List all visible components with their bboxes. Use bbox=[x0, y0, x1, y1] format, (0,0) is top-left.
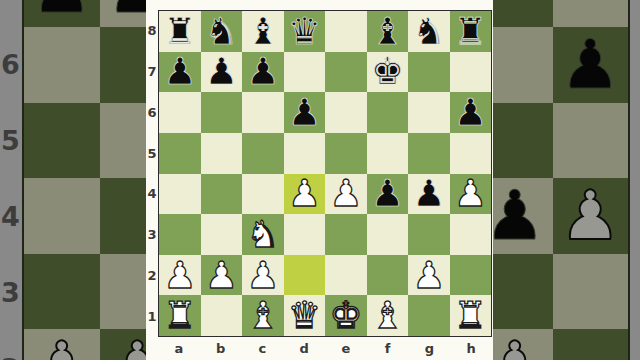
white-bishop: ♝ bbox=[371, 297, 404, 334]
rank-label-6: 6 bbox=[146, 92, 158, 133]
square-e8[interactable] bbox=[325, 11, 367, 52]
black-pawn-bg: ♟ bbox=[560, 31, 621, 99]
rank-label-1: 1 bbox=[146, 296, 158, 337]
square-c6[interactable] bbox=[242, 92, 284, 133]
black-knight: ♞ bbox=[205, 13, 238, 50]
square-h5[interactable] bbox=[450, 133, 492, 174]
square-g6[interactable] bbox=[408, 92, 450, 133]
white-pawn: ♟ bbox=[412, 257, 445, 294]
black-pawn-bg: ♟ bbox=[31, 0, 92, 23]
square-g4[interactable]: ♟ bbox=[408, 174, 450, 215]
square-d5[interactable] bbox=[284, 133, 326, 174]
square-g1[interactable] bbox=[408, 295, 450, 336]
white-pawn: ♟ bbox=[288, 175, 321, 212]
square-d3[interactable] bbox=[284, 214, 326, 255]
square-f7[interactable]: ♚ bbox=[367, 52, 409, 93]
square-e1[interactable]: ♚ bbox=[325, 295, 367, 336]
square-b2[interactable]: ♟ bbox=[201, 255, 243, 296]
bg-square-a5 bbox=[24, 103, 100, 179]
white-pawn-bg: ♟ bbox=[484, 333, 545, 360]
square-c8[interactable]: ♝ bbox=[242, 11, 284, 52]
square-h6[interactable]: ♟ bbox=[450, 92, 492, 133]
square-h1[interactable]: ♜ bbox=[450, 295, 492, 336]
square-d6[interactable]: ♟ bbox=[284, 92, 326, 133]
white-queen: ♛ bbox=[288, 297, 321, 334]
square-h2[interactable] bbox=[450, 255, 492, 296]
black-pawn: ♟ bbox=[163, 53, 196, 90]
bg-rank-label-3: 3 bbox=[0, 277, 21, 308]
white-pawn: ♟ bbox=[205, 257, 238, 294]
file-label-c: c bbox=[242, 337, 284, 360]
white-knight: ♞ bbox=[246, 216, 279, 253]
bg-square-h5 bbox=[553, 103, 629, 179]
square-b1[interactable] bbox=[201, 295, 243, 336]
black-bishop: ♝ bbox=[246, 13, 279, 50]
square-f4[interactable]: ♟ bbox=[367, 174, 409, 215]
rank-label-2: 2 bbox=[146, 255, 158, 296]
bg-square-a7: ♟ bbox=[24, 0, 100, 27]
bg-square-a3 bbox=[24, 254, 100, 330]
bg-square-a4 bbox=[24, 178, 100, 254]
file-label-f: f bbox=[367, 337, 409, 360]
square-b8[interactable]: ♞ bbox=[201, 11, 243, 52]
square-e4[interactable]: ♟ bbox=[325, 174, 367, 215]
square-f5[interactable] bbox=[367, 133, 409, 174]
file-label-e: e bbox=[325, 337, 367, 360]
black-rook: ♜ bbox=[163, 13, 196, 50]
white-rook: ♜ bbox=[163, 297, 196, 334]
file-label-h: h bbox=[450, 337, 492, 360]
black-pawn: ♟ bbox=[205, 53, 238, 90]
square-e6[interactable] bbox=[325, 92, 367, 133]
bg-rank-label-5: 5 bbox=[0, 125, 21, 156]
square-g3[interactable] bbox=[408, 214, 450, 255]
square-c7[interactable]: ♟ bbox=[242, 52, 284, 93]
square-c4[interactable] bbox=[242, 174, 284, 215]
square-b7[interactable]: ♟ bbox=[201, 52, 243, 93]
file-label-d: d bbox=[283, 337, 325, 360]
white-king: ♚ bbox=[329, 297, 362, 334]
square-d7[interactable] bbox=[284, 52, 326, 93]
bg-rank-label-2: 2 bbox=[0, 353, 21, 360]
square-a5[interactable] bbox=[159, 133, 201, 174]
bg-square-a6 bbox=[24, 27, 100, 103]
square-e7[interactable] bbox=[325, 52, 367, 93]
square-d2[interactable] bbox=[284, 255, 326, 296]
bg-square-h7 bbox=[553, 0, 629, 27]
black-pawn-bg: ♟ bbox=[484, 182, 545, 250]
square-b6[interactable] bbox=[201, 92, 243, 133]
square-c2[interactable]: ♟ bbox=[242, 255, 284, 296]
square-a7[interactable]: ♟ bbox=[159, 52, 201, 93]
square-d8[interactable]: ♛ bbox=[284, 11, 326, 52]
video-content: 87654321 ♜♞♝♛♝♞♜♟♟♟♚♟♟♟♟♟♟♟♞♟♟♟♟♜♝♛♚♝♜ a… bbox=[146, 0, 493, 360]
black-pawn: ♟ bbox=[412, 175, 445, 212]
white-pawn: ♟ bbox=[454, 175, 487, 212]
chess-board[interactable]: ♜♞♝♛♝♞♜♟♟♟♚♟♟♟♟♟♟♟♞♟♟♟♟♜♝♛♚♝♜ bbox=[158, 10, 492, 337]
white-pawn: ♟ bbox=[329, 175, 362, 212]
bg-square-h3 bbox=[553, 254, 629, 330]
file-label-b: b bbox=[200, 337, 242, 360]
black-rook: ♜ bbox=[454, 13, 487, 50]
square-f3[interactable] bbox=[367, 214, 409, 255]
square-g7[interactable] bbox=[408, 52, 450, 93]
black-king: ♚ bbox=[371, 53, 404, 90]
square-a8[interactable]: ♜ bbox=[159, 11, 201, 52]
file-label-g: g bbox=[409, 337, 451, 360]
white-bishop: ♝ bbox=[246, 297, 279, 334]
square-g2[interactable]: ♟ bbox=[408, 255, 450, 296]
square-a6[interactable] bbox=[159, 92, 201, 133]
square-e2[interactable] bbox=[325, 255, 367, 296]
square-f2[interactable] bbox=[367, 255, 409, 296]
square-b4[interactable] bbox=[201, 174, 243, 215]
black-pawn: ♟ bbox=[371, 175, 404, 212]
square-a3[interactable] bbox=[159, 214, 201, 255]
file-label-a: a bbox=[158, 337, 200, 360]
black-pawn: ♟ bbox=[454, 94, 487, 131]
square-b3[interactable] bbox=[201, 214, 243, 255]
square-a4[interactable] bbox=[159, 174, 201, 215]
white-pawn: ♟ bbox=[163, 257, 196, 294]
square-c5[interactable] bbox=[242, 133, 284, 174]
rank-label-5: 5 bbox=[146, 133, 158, 174]
black-pawn: ♟ bbox=[246, 53, 279, 90]
square-c1[interactable]: ♝ bbox=[242, 295, 284, 336]
black-bishop: ♝ bbox=[371, 13, 404, 50]
square-d4[interactable]: ♟ bbox=[284, 174, 326, 215]
bg-square-h2 bbox=[553, 329, 629, 360]
square-b5[interactable] bbox=[201, 133, 243, 174]
rank-label-8: 8 bbox=[146, 10, 158, 51]
square-g5[interactable] bbox=[408, 133, 450, 174]
square-h8[interactable]: ♜ bbox=[450, 11, 492, 52]
rank-label-7: 7 bbox=[146, 51, 158, 92]
white-pawn: ♟ bbox=[246, 257, 279, 294]
square-g8[interactable]: ♞ bbox=[408, 11, 450, 52]
square-d1[interactable]: ♛ bbox=[284, 295, 326, 336]
square-c3[interactable]: ♞ bbox=[242, 214, 284, 255]
square-h3[interactable] bbox=[450, 214, 492, 255]
white-pawn-bg: ♟ bbox=[560, 182, 621, 250]
square-a1[interactable]: ♜ bbox=[159, 295, 201, 336]
white-rook: ♜ bbox=[454, 297, 487, 334]
white-pawn-bg: ♟ bbox=[31, 333, 92, 360]
square-e5[interactable] bbox=[325, 133, 367, 174]
bg-rank-label-4: 4 bbox=[0, 201, 21, 232]
bg-square-h4: ♟ bbox=[553, 178, 629, 254]
black-queen: ♛ bbox=[288, 13, 321, 50]
shorts-frame: ♜♞♝♛♝♞♜♟♟♟♚♟♟♟♟♟♟♟♞♟♟♟♟♜♝♛♚♝♜ 65432 8765… bbox=[0, 0, 640, 360]
square-h7[interactable] bbox=[450, 52, 492, 93]
bg-square-a2: ♟ bbox=[24, 329, 100, 360]
file-coordinates: abcdefgh bbox=[158, 337, 492, 360]
square-h4[interactable]: ♟ bbox=[450, 174, 492, 215]
square-f6[interactable] bbox=[367, 92, 409, 133]
square-f1[interactable]: ♝ bbox=[367, 295, 409, 336]
rank-label-3: 3 bbox=[146, 214, 158, 255]
black-pawn: ♟ bbox=[288, 94, 321, 131]
rank-label-4: 4 bbox=[146, 174, 158, 215]
black-knight: ♞ bbox=[412, 13, 445, 50]
square-f8[interactable]: ♝ bbox=[367, 11, 409, 52]
square-e3[interactable] bbox=[325, 214, 367, 255]
bg-rank-label-6: 6 bbox=[0, 49, 21, 80]
square-a2[interactable]: ♟ bbox=[159, 255, 201, 296]
rank-coordinates: 87654321 bbox=[146, 10, 158, 337]
bg-square-h6: ♟ bbox=[553, 27, 629, 103]
